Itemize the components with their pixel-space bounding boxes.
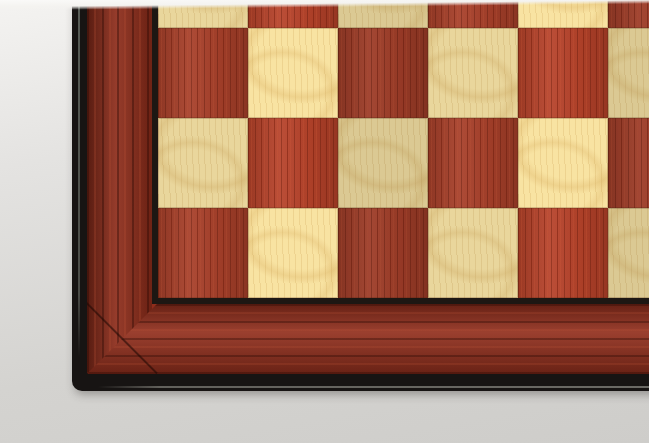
square-c1 [338, 208, 428, 298]
square-d3 [428, 28, 518, 118]
square-f3 [608, 28, 649, 118]
square-a3 [158, 28, 248, 118]
frame-bottom-rail [87, 304, 649, 374]
square-e2 [518, 118, 608, 208]
square-c3 [338, 28, 428, 118]
black-inlay-line [152, 0, 649, 304]
square-a1 [158, 208, 248, 298]
chess-board [72, 0, 649, 391]
board-frame [87, 0, 649, 374]
frame-left-rail [87, 0, 152, 374]
square-e1 [518, 208, 608, 298]
edge-highlight-left [78, 0, 80, 357]
square-b3 [248, 28, 338, 118]
playing-field [158, 0, 649, 298]
square-a2 [158, 118, 248, 208]
square-f1 [608, 208, 649, 298]
square-b2 [248, 118, 338, 208]
square-c2 [338, 118, 428, 208]
square-d1 [428, 208, 518, 298]
square-e3 [518, 28, 608, 118]
edge-highlight-bottom [98, 386, 649, 388]
square-b1 [248, 208, 338, 298]
product-photo-scene [0, 0, 649, 443]
square-f2 [608, 118, 649, 208]
square-d2 [428, 118, 518, 208]
